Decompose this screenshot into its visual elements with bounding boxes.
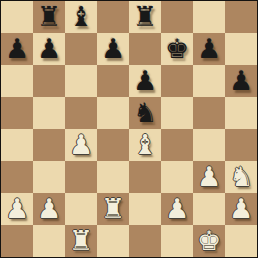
square-e4[interactable]: ♝ bbox=[129, 129, 161, 161]
square-h7[interactable] bbox=[225, 33, 257, 65]
square-d6[interactable] bbox=[97, 65, 129, 97]
square-c1[interactable]: ♜ bbox=[65, 225, 97, 257]
piece-white-pawn-b2[interactable]: ♟ bbox=[33, 193, 65, 225]
square-b2[interactable]: ♟ bbox=[33, 193, 65, 225]
square-e8[interactable]: ♜ bbox=[129, 1, 161, 33]
piece-black-pawn-a7[interactable]: ♟ bbox=[1, 33, 33, 65]
square-h5[interactable] bbox=[225, 97, 257, 129]
piece-white-bishop-e4[interactable]: ♝ bbox=[129, 129, 161, 161]
piece-white-pawn-g3[interactable]: ♟ bbox=[193, 161, 225, 193]
square-a3[interactable] bbox=[1, 161, 33, 193]
chess-board: ♜♝♜♟♟♟♚♟♟♟♞♟♝♟♞♟♟♜♟♟♜♚ bbox=[1, 1, 257, 257]
square-g8[interactable] bbox=[193, 1, 225, 33]
square-f6[interactable] bbox=[161, 65, 193, 97]
square-h2[interactable]: ♟ bbox=[225, 193, 257, 225]
square-f2[interactable]: ♟ bbox=[161, 193, 193, 225]
piece-white-king-g1[interactable]: ♚ bbox=[193, 225, 225, 257]
square-e3[interactable] bbox=[129, 161, 161, 193]
piece-black-pawn-h6[interactable]: ♟ bbox=[225, 65, 257, 97]
square-a2[interactable]: ♟ bbox=[1, 193, 33, 225]
square-f5[interactable] bbox=[161, 97, 193, 129]
square-d2[interactable]: ♜ bbox=[97, 193, 129, 225]
square-e7[interactable] bbox=[129, 33, 161, 65]
piece-black-pawn-d7[interactable]: ♟ bbox=[97, 33, 129, 65]
square-e5[interactable]: ♞ bbox=[129, 97, 161, 129]
square-g5[interactable] bbox=[193, 97, 225, 129]
piece-white-pawn-h2[interactable]: ♟ bbox=[225, 193, 257, 225]
square-f7[interactable]: ♚ bbox=[161, 33, 193, 65]
square-h3[interactable]: ♞ bbox=[225, 161, 257, 193]
square-g4[interactable] bbox=[193, 129, 225, 161]
square-f3[interactable] bbox=[161, 161, 193, 193]
piece-black-pawn-b7[interactable]: ♟ bbox=[33, 33, 65, 65]
square-g6[interactable] bbox=[193, 65, 225, 97]
piece-white-pawn-a2[interactable]: ♟ bbox=[1, 193, 33, 225]
square-b1[interactable] bbox=[33, 225, 65, 257]
square-g2[interactable] bbox=[193, 193, 225, 225]
piece-white-rook-d2[interactable]: ♜ bbox=[97, 193, 129, 225]
square-c3[interactable] bbox=[65, 161, 97, 193]
square-f4[interactable] bbox=[161, 129, 193, 161]
square-e6[interactable]: ♟ bbox=[129, 65, 161, 97]
square-d4[interactable] bbox=[97, 129, 129, 161]
piece-black-pawn-g7[interactable]: ♟ bbox=[193, 33, 225, 65]
square-d8[interactable] bbox=[97, 1, 129, 33]
square-c5[interactable] bbox=[65, 97, 97, 129]
piece-black-king-f7[interactable]: ♚ bbox=[161, 33, 193, 65]
piece-white-knight-h3[interactable]: ♞ bbox=[225, 161, 257, 193]
piece-black-knight-e5[interactable]: ♞ bbox=[129, 97, 161, 129]
piece-white-rook-c1[interactable]: ♜ bbox=[65, 225, 97, 257]
piece-white-pawn-c4[interactable]: ♟ bbox=[65, 129, 97, 161]
square-b8[interactable]: ♜ bbox=[33, 1, 65, 33]
piece-black-pawn-e6[interactable]: ♟ bbox=[129, 65, 161, 97]
square-h1[interactable] bbox=[225, 225, 257, 257]
chess-board-frame: ♜♝♜♟♟♟♚♟♟♟♞♟♝♟♞♟♟♜♟♟♜♚ bbox=[0, 0, 258, 258]
square-b5[interactable] bbox=[33, 97, 65, 129]
square-c8[interactable]: ♝ bbox=[65, 1, 97, 33]
square-a7[interactable]: ♟ bbox=[1, 33, 33, 65]
square-f8[interactable] bbox=[161, 1, 193, 33]
square-g3[interactable]: ♟ bbox=[193, 161, 225, 193]
square-a6[interactable] bbox=[1, 65, 33, 97]
square-h4[interactable] bbox=[225, 129, 257, 161]
square-e1[interactable] bbox=[129, 225, 161, 257]
square-c4[interactable]: ♟ bbox=[65, 129, 97, 161]
square-h8[interactable] bbox=[225, 1, 257, 33]
square-a4[interactable] bbox=[1, 129, 33, 161]
square-d7[interactable]: ♟ bbox=[97, 33, 129, 65]
square-h6[interactable]: ♟ bbox=[225, 65, 257, 97]
square-f1[interactable] bbox=[161, 225, 193, 257]
square-c7[interactable] bbox=[65, 33, 97, 65]
square-g1[interactable]: ♚ bbox=[193, 225, 225, 257]
square-d3[interactable] bbox=[97, 161, 129, 193]
piece-black-rook-e8[interactable]: ♜ bbox=[129, 1, 161, 33]
piece-white-pawn-f2[interactable]: ♟ bbox=[161, 193, 193, 225]
square-g7[interactable]: ♟ bbox=[193, 33, 225, 65]
square-c6[interactable] bbox=[65, 65, 97, 97]
square-d1[interactable] bbox=[97, 225, 129, 257]
square-b4[interactable] bbox=[33, 129, 65, 161]
piece-black-bishop-c8[interactable]: ♝ bbox=[65, 1, 97, 33]
square-c2[interactable] bbox=[65, 193, 97, 225]
square-a5[interactable] bbox=[1, 97, 33, 129]
square-b6[interactable] bbox=[33, 65, 65, 97]
square-e2[interactable] bbox=[129, 193, 161, 225]
square-d5[interactable] bbox=[97, 97, 129, 129]
square-b3[interactable] bbox=[33, 161, 65, 193]
square-a8[interactable] bbox=[1, 1, 33, 33]
square-a1[interactable] bbox=[1, 225, 33, 257]
piece-black-rook-b8[interactable]: ♜ bbox=[33, 1, 65, 33]
square-b7[interactable]: ♟ bbox=[33, 33, 65, 65]
